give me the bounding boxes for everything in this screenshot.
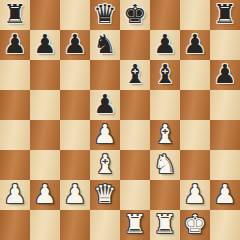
square-e3[interactable] [120,150,150,180]
piece-black-queen[interactable]: ♛ [93,1,116,27]
square-b3[interactable] [30,150,60,180]
piece-white-pawn[interactable]: ♟ [3,181,26,207]
square-a2[interactable]: ♟ [0,180,30,210]
square-f4[interactable]: ♝ [150,120,180,150]
square-b2[interactable]: ♟ [30,180,60,210]
square-g8[interactable] [180,0,210,30]
square-g4[interactable] [180,120,210,150]
square-c3[interactable] [60,150,90,180]
square-h8[interactable]: ♜ [210,0,240,30]
square-h1[interactable] [210,210,240,240]
piece-white-knight[interactable]: ♞ [153,151,176,177]
piece-white-pawn[interactable]: ♟ [183,181,206,207]
square-e5[interactable] [120,90,150,120]
square-d3[interactable]: ♝ [90,150,120,180]
square-b4[interactable] [30,120,60,150]
square-g3[interactable] [180,150,210,180]
square-f7[interactable]: ♟ [150,30,180,60]
square-h3[interactable] [210,150,240,180]
square-f6[interactable]: ♝ [150,60,180,90]
piece-white-rook[interactable]: ♜ [153,211,176,237]
piece-black-pawn[interactable]: ♟ [93,91,116,117]
square-b6[interactable] [30,60,60,90]
square-f8[interactable] [150,0,180,30]
square-f5[interactable] [150,90,180,120]
piece-white-pawn[interactable]: ♟ [63,181,86,207]
piece-white-bishop[interactable]: ♝ [153,121,176,147]
piece-black-pawn[interactable]: ♟ [213,61,236,87]
piece-black-rook[interactable]: ♜ [3,1,26,27]
piece-black-pawn[interactable]: ♟ [153,31,176,57]
square-g7[interactable]: ♟ [180,30,210,60]
piece-white-rook[interactable]: ♜ [123,211,146,237]
square-h6[interactable]: ♟ [210,60,240,90]
square-c7[interactable]: ♟ [60,30,90,60]
square-g5[interactable] [180,90,210,120]
piece-black-pawn[interactable]: ♟ [3,31,26,57]
square-a6[interactable] [0,60,30,90]
piece-black-bishop[interactable]: ♝ [123,61,146,87]
square-f3[interactable]: ♞ [150,150,180,180]
square-b1[interactable] [30,210,60,240]
piece-black-bishop[interactable]: ♝ [153,61,176,87]
square-d2[interactable]: ♛ [90,180,120,210]
square-d7[interactable]: ♞ [90,30,120,60]
square-a7[interactable]: ♟ [0,30,30,60]
square-c8[interactable] [60,0,90,30]
square-d8[interactable]: ♛ [90,0,120,30]
square-e7[interactable] [120,30,150,60]
square-d6[interactable] [90,60,120,90]
square-b5[interactable] [30,90,60,120]
piece-white-queen[interactable]: ♛ [93,181,116,207]
square-e8[interactable]: ♚ [120,0,150,30]
square-d1[interactable] [90,210,120,240]
square-a8[interactable]: ♜ [0,0,30,30]
piece-black-pawn[interactable]: ♟ [63,31,86,57]
chess-board: ♜♛♚♜♟♟♟♞♟♟♝♝♟♟♟♝♝♞♟♟♟♛♟♟♜♜♚ [0,0,240,240]
piece-white-king[interactable]: ♚ [183,211,206,237]
square-a5[interactable] [0,90,30,120]
square-d5[interactable]: ♟ [90,90,120,120]
piece-white-pawn[interactable]: ♟ [93,121,116,147]
square-f2[interactable] [150,180,180,210]
square-h7[interactable] [210,30,240,60]
square-a4[interactable] [0,120,30,150]
square-h4[interactable] [210,120,240,150]
square-c6[interactable] [60,60,90,90]
square-c5[interactable] [60,90,90,120]
square-a1[interactable] [0,210,30,240]
piece-black-pawn[interactable]: ♟ [33,31,56,57]
square-b8[interactable] [30,0,60,30]
square-a3[interactable] [0,150,30,180]
square-c4[interactable] [60,120,90,150]
square-c2[interactable]: ♟ [60,180,90,210]
square-g6[interactable] [180,60,210,90]
square-g2[interactable]: ♟ [180,180,210,210]
square-h2[interactable]: ♟ [210,180,240,210]
piece-black-pawn[interactable]: ♟ [183,31,206,57]
piece-black-rook[interactable]: ♜ [213,1,236,27]
square-f1[interactable]: ♜ [150,210,180,240]
piece-white-pawn[interactable]: ♟ [33,181,56,207]
square-e4[interactable] [120,120,150,150]
square-d4[interactable]: ♟ [90,120,120,150]
square-e1[interactable]: ♜ [120,210,150,240]
square-b7[interactable]: ♟ [30,30,60,60]
piece-black-knight[interactable]: ♞ [93,31,116,57]
square-g1[interactable]: ♚ [180,210,210,240]
piece-black-king[interactable]: ♚ [123,1,146,27]
square-e6[interactable]: ♝ [120,60,150,90]
piece-white-pawn[interactable]: ♟ [213,181,236,207]
piece-white-bishop[interactable]: ♝ [93,151,116,177]
square-c1[interactable] [60,210,90,240]
square-h5[interactable] [210,90,240,120]
square-e2[interactable] [120,180,150,210]
